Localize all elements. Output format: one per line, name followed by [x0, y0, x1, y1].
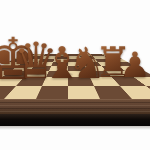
pieces-layer: ♚♛♝♞♜♟: [0, 0, 150, 150]
chess-pawn-piece[interactable]: ♟: [119, 48, 150, 83]
chess-set-photo: ♚♛♝♞♜♟: [0, 0, 150, 150]
